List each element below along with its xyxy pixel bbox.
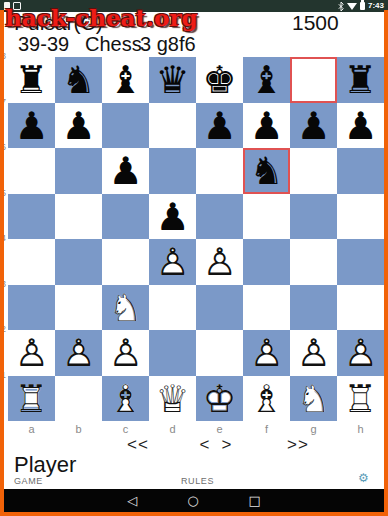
square-c2[interactable]: ♟♙ [102, 330, 149, 376]
tab-rules[interactable]: RULES [181, 476, 214, 486]
square-a3[interactable] [8, 285, 55, 331]
square-d1[interactable]: ♛♕ [149, 376, 196, 422]
square-d6[interactable] [149, 148, 196, 194]
chess-board[interactable]: ♜♞♝♛♚♝♜♟♟♟♟♟♟♟♞♟♟♙♟♙♞♘♟♙♟♙♟♙♟♙♟♙♟♙♜♖♝♗♛♕… [8, 57, 384, 421]
square-h7[interactable]: ♟ [337, 103, 384, 149]
square-d5[interactable]: ♟ [149, 194, 196, 240]
square-a2[interactable]: ♟♙ [8, 330, 55, 376]
square-h8[interactable]: ♜ [337, 57, 384, 103]
square-a4[interactable] [8, 239, 55, 285]
black-piece-B-f8: ♝ [243, 57, 290, 103]
step-forward-button[interactable]: > [211, 435, 243, 455]
black-piece-B-c8: ♝ [102, 57, 149, 103]
black-piece-N-b8: ♞ [55, 57, 102, 103]
white-piece-B-c1: ♝♗ [102, 376, 149, 422]
square-h2[interactable]: ♟♙ [337, 330, 384, 376]
black-piece-P-e7: ♟ [196, 103, 243, 149]
square-b5[interactable] [55, 194, 102, 240]
square-f1[interactable]: ♝♗ [243, 376, 290, 422]
white-piece-P-a2: ♟♙ [8, 330, 55, 376]
black-piece-P-c6: ♟ [102, 148, 149, 194]
square-d7[interactable] [149, 103, 196, 149]
file-label-d: d [149, 423, 196, 435]
black-piece-P-a7: ♟ [8, 103, 55, 149]
screenshot-icon [13, 2, 21, 10]
file-label-c: c [102, 423, 149, 435]
black-piece-P-h7: ♟ [337, 103, 384, 149]
white-piece-P-g2: ♟♙ [290, 330, 337, 376]
file-label-f: f [243, 423, 290, 435]
square-b7[interactable]: ♟ [55, 103, 102, 149]
tab-game[interactable]: GAME [14, 476, 43, 486]
rank-label-5: 5 [1, 188, 8, 198]
black-piece-K-e8: ♚ [196, 57, 243, 103]
material-score: 39-39 [18, 33, 69, 56]
square-a5[interactable] [8, 194, 55, 240]
engine-rating: 1500 [292, 11, 339, 35]
square-b6[interactable] [55, 148, 102, 194]
android-recents-icon[interactable]: □ [249, 489, 261, 512]
square-d3[interactable] [149, 285, 196, 331]
square-d2[interactable] [149, 330, 196, 376]
square-b1[interactable] [55, 376, 102, 422]
android-nav-bar: ◁ ○ □ [4, 489, 384, 512]
square-g1[interactable]: ♞♘ [290, 376, 337, 422]
square-a7[interactable]: ♟ [8, 103, 55, 149]
white-piece-P-b2: ♟♙ [55, 330, 102, 376]
square-b8[interactable]: ♞ [55, 57, 102, 103]
square-e8[interactable]: ♚ [196, 57, 243, 103]
square-e6[interactable] [196, 148, 243, 194]
square-d4[interactable]: ♟♙ [149, 239, 196, 285]
white-piece-K-e1: ♚♔ [196, 376, 243, 422]
rank-label-7: 7 [1, 97, 8, 107]
square-f4[interactable] [243, 239, 290, 285]
file-label-a: a [8, 423, 55, 435]
white-piece-P-c2: ♟♙ [102, 330, 149, 376]
white-piece-B-f1: ♝♗ [243, 376, 290, 422]
square-f7[interactable]: ♟ [243, 103, 290, 149]
settings-gear-icon[interactable]: ⚙ [358, 471, 369, 485]
white-piece-P-f2: ♟♙ [243, 330, 290, 376]
rewind-button[interactable]: << [122, 435, 154, 455]
square-f6[interactable]: ♞ [243, 148, 290, 194]
white-piece-R-h1: ♜♖ [337, 376, 384, 422]
last-move-text: 3 g8f6 [140, 33, 196, 56]
square-h1[interactable]: ♜♖ [337, 376, 384, 422]
white-piece-P-e4: ♟♙ [196, 239, 243, 285]
square-e7[interactable]: ♟ [196, 103, 243, 149]
white-piece-R-a1: ♜♖ [8, 376, 55, 422]
square-a8[interactable]: ♜ [8, 57, 55, 103]
white-piece-Q-d1: ♛♕ [149, 376, 196, 422]
player-name: Player [14, 452, 76, 478]
black-piece-P-g7: ♟ [290, 103, 337, 149]
square-g7[interactable]: ♟ [290, 103, 337, 149]
square-c4[interactable] [102, 239, 149, 285]
square-b3[interactable] [55, 285, 102, 331]
square-c3[interactable]: ♞♘ [102, 285, 149, 331]
black-piece-P-f7: ♟ [243, 103, 290, 149]
fast-forward-button[interactable]: >> [282, 435, 314, 455]
square-g3[interactable] [290, 285, 337, 331]
status-bar: 7:43 [0, 0, 388, 12]
black-piece-P-d5: ♟ [149, 194, 196, 240]
notification-icon [4, 2, 10, 10]
rank-label-8: 8 [1, 51, 8, 61]
square-b4[interactable] [55, 239, 102, 285]
square-c5[interactable] [102, 194, 149, 240]
android-back-icon[interactable]: ◁ [127, 489, 137, 512]
square-c1[interactable]: ♝♗ [102, 376, 149, 422]
square-a1[interactable]: ♜♖ [8, 376, 55, 422]
engine-name: Pulsar(C) [14, 11, 103, 35]
square-e4[interactable]: ♟♙ [196, 239, 243, 285]
black-piece-P-b7: ♟ [55, 103, 102, 149]
rank-label-3: 3 [1, 279, 8, 289]
rank-label-1: 1 [1, 370, 8, 380]
square-f8[interactable]: ♝ [243, 57, 290, 103]
square-g2[interactable]: ♟♙ [290, 330, 337, 376]
square-f3[interactable] [243, 285, 290, 331]
square-e2[interactable] [196, 330, 243, 376]
white-piece-N-g1: ♞♘ [290, 376, 337, 422]
square-d8[interactable]: ♛ [149, 57, 196, 103]
black-piece-N-f6: ♞ [243, 148, 290, 194]
square-f5[interactable] [243, 194, 290, 240]
rank-label-6: 6 [1, 142, 8, 152]
square-h6[interactable] [337, 148, 384, 194]
square-g6[interactable] [290, 148, 337, 194]
rank-label-4: 4 [1, 233, 8, 243]
square-h3[interactable] [337, 285, 384, 331]
square-c7[interactable] [102, 103, 149, 149]
black-piece-Q-d8: ♛ [149, 57, 196, 103]
rank-label-2: 2 [1, 324, 8, 334]
wifi-icon [347, 3, 357, 10]
battery-icon [360, 2, 365, 10]
file-label-h: h [337, 423, 384, 435]
white-piece-P-d4: ♟♙ [149, 239, 196, 285]
android-home-icon[interactable]: ○ [187, 489, 198, 512]
square-a6[interactable] [8, 148, 55, 194]
white-piece-N-c3: ♞♘ [102, 285, 149, 331]
square-c6[interactable]: ♟ [102, 148, 149, 194]
variant-label: Chess [85, 33, 142, 56]
square-f2[interactable]: ♟♙ [243, 330, 290, 376]
square-h5[interactable] [337, 194, 384, 240]
black-piece-R-a8: ♜ [8, 57, 55, 103]
square-g8[interactable] [290, 57, 337, 103]
square-e3[interactable] [196, 285, 243, 331]
status-time: 7:43 [368, 0, 384, 12]
file-label-e: e [196, 423, 243, 435]
file-label-b: b [55, 423, 102, 435]
white-piece-P-h2: ♟♙ [337, 330, 384, 376]
black-piece-R-h8: ♜ [337, 57, 384, 103]
square-e5[interactable] [196, 194, 243, 240]
square-g5[interactable] [290, 194, 337, 240]
bluetooth-icon [338, 2, 344, 11]
file-label-g: g [290, 423, 337, 435]
app-screen: 7:43 hack-cheat.org Pulsar(C) 1500 39-39… [0, 0, 388, 516]
square-c8[interactable]: ♝ [102, 57, 149, 103]
square-e1[interactable]: ♚♔ [196, 376, 243, 422]
square-h4[interactable] [337, 239, 384, 285]
square-b2[interactable]: ♟♙ [55, 330, 102, 376]
square-g4[interactable] [290, 239, 337, 285]
